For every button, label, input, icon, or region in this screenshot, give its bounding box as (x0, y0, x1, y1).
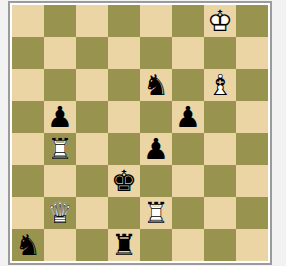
square-c5[interactable] (76, 101, 108, 133)
square-c8[interactable] (76, 5, 108, 37)
black-pawn-e4[interactable]: ♟ (140, 133, 172, 165)
square-a6[interactable] (12, 69, 44, 101)
square-f1[interactable] (172, 229, 204, 261)
square-e1[interactable] (140, 229, 172, 261)
square-g5[interactable] (204, 101, 236, 133)
white-rook-fill: ♜ (44, 133, 76, 165)
square-c7[interactable] (76, 37, 108, 69)
white-bishop-fill: ♝ (204, 69, 236, 101)
square-a3[interactable] (12, 165, 44, 197)
square-h6[interactable] (236, 69, 268, 101)
chess-board[interactable]: ♚♔♞♝♗♟♟♜♖♟♚♛♕♜♖♞♜ (12, 5, 268, 261)
square-a5[interactable] (12, 101, 44, 133)
square-h5[interactable] (236, 101, 268, 133)
square-d4[interactable] (108, 133, 140, 165)
black-knight-a1[interactable]: ♞ (12, 229, 44, 261)
square-d3[interactable]: ♚ (108, 165, 140, 197)
square-g3[interactable] (204, 165, 236, 197)
square-h4[interactable] (236, 133, 268, 165)
square-c2[interactable] (76, 197, 108, 229)
square-d2[interactable] (108, 197, 140, 229)
white-rook-b4[interactable]: ♖ (44, 133, 76, 165)
square-b2[interactable]: ♛♕ (44, 197, 76, 229)
square-b5[interactable]: ♟ (44, 101, 76, 133)
square-f3[interactable] (172, 165, 204, 197)
square-h2[interactable] (236, 197, 268, 229)
square-a8[interactable] (12, 5, 44, 37)
black-knight-e6[interactable]: ♞ (140, 69, 172, 101)
square-d7[interactable] (108, 37, 140, 69)
square-g8[interactable]: ♚♔ (204, 5, 236, 37)
square-b8[interactable] (44, 5, 76, 37)
square-d1[interactable]: ♜ (108, 229, 140, 261)
square-d6[interactable] (108, 69, 140, 101)
square-b6[interactable] (44, 69, 76, 101)
white-queen-fill: ♛ (44, 197, 76, 229)
square-h7[interactable] (236, 37, 268, 69)
square-g7[interactable] (204, 37, 236, 69)
square-h1[interactable] (236, 229, 268, 261)
square-c6[interactable] (76, 69, 108, 101)
square-f5[interactable]: ♟ (172, 101, 204, 133)
square-e2[interactable]: ♜♖ (140, 197, 172, 229)
square-a7[interactable] (12, 37, 44, 69)
square-e3[interactable] (140, 165, 172, 197)
black-king-d3[interactable]: ♚ (108, 165, 140, 197)
white-king-g8[interactable]: ♔ (204, 5, 236, 37)
square-h8[interactable] (236, 5, 268, 37)
square-e5[interactable] (140, 101, 172, 133)
black-pawn-f5[interactable]: ♟ (172, 101, 204, 133)
white-king-fill: ♚ (204, 5, 236, 37)
square-f7[interactable] (172, 37, 204, 69)
square-c3[interactable] (76, 165, 108, 197)
square-b1[interactable] (44, 229, 76, 261)
square-a1[interactable]: ♞ (12, 229, 44, 261)
square-c4[interactable] (76, 133, 108, 165)
square-b3[interactable] (44, 165, 76, 197)
square-h3[interactable] (236, 165, 268, 197)
white-queen-b2[interactable]: ♕ (44, 197, 76, 229)
white-rook-e2[interactable]: ♖ (140, 197, 172, 229)
square-g2[interactable] (204, 197, 236, 229)
white-bishop-g6[interactable]: ♗ (204, 69, 236, 101)
square-e4[interactable]: ♟ (140, 133, 172, 165)
square-f2[interactable] (172, 197, 204, 229)
square-f6[interactable] (172, 69, 204, 101)
square-b4[interactable]: ♜♖ (44, 133, 76, 165)
page-background: { "game": "chess", "position": { "fen": … (0, 0, 286, 266)
square-f8[interactable] (172, 5, 204, 37)
board-frame: ♚♔♞♝♗♟♟♜♖♟♚♛♕♜♖♞♜ (8, 1, 272, 265)
square-d5[interactable] (108, 101, 140, 133)
square-c1[interactable] (76, 229, 108, 261)
square-e7[interactable] (140, 37, 172, 69)
square-e8[interactable] (140, 5, 172, 37)
black-rook-d1[interactable]: ♜ (108, 229, 140, 261)
square-a2[interactable] (12, 197, 44, 229)
square-f4[interactable] (172, 133, 204, 165)
square-g4[interactable] (204, 133, 236, 165)
square-e6[interactable]: ♞ (140, 69, 172, 101)
white-rook-fill: ♜ (140, 197, 172, 229)
square-b7[interactable] (44, 37, 76, 69)
square-d8[interactable] (108, 5, 140, 37)
black-pawn-b5[interactable]: ♟ (44, 101, 76, 133)
square-g1[interactable] (204, 229, 236, 261)
square-g6[interactable]: ♝♗ (204, 69, 236, 101)
square-a4[interactable] (12, 133, 44, 165)
